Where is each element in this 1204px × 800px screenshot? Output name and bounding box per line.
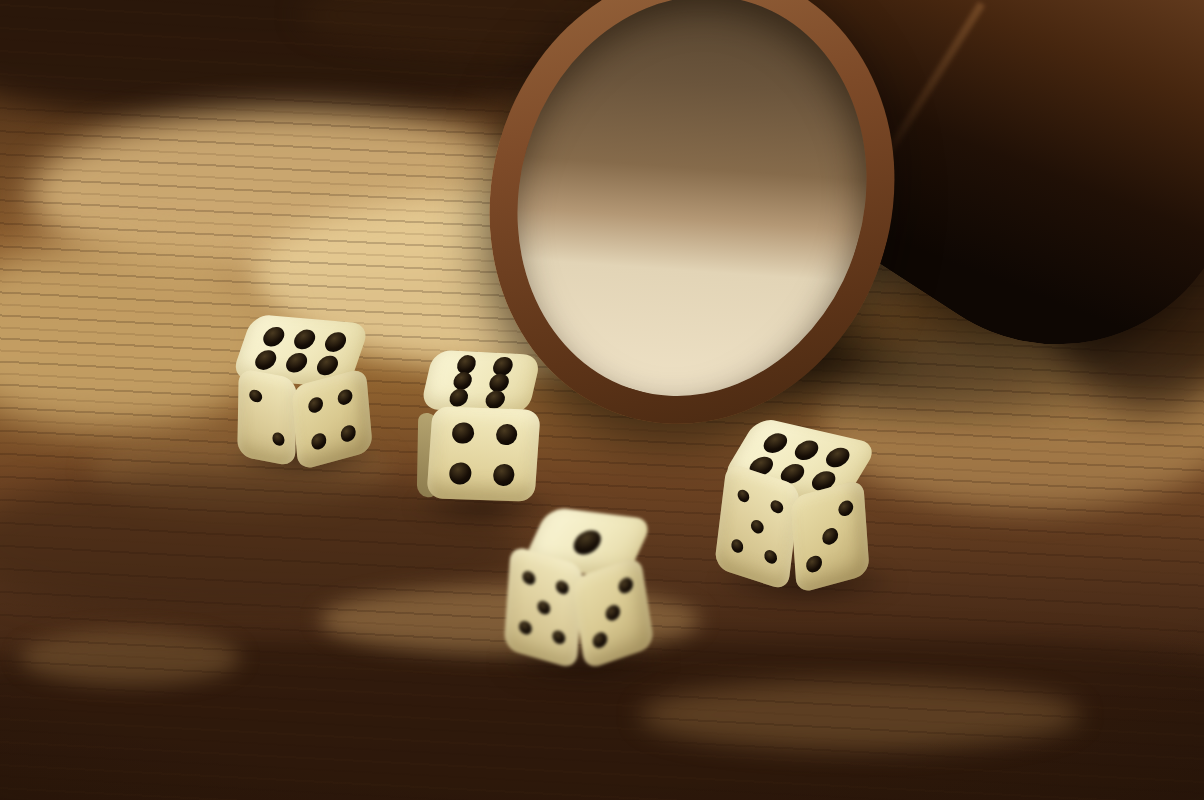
photo-vignette bbox=[0, 0, 1204, 800]
photo-scene bbox=[0, 0, 1204, 800]
